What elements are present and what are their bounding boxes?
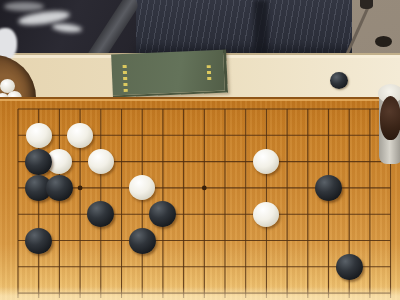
book-spine-text [123,65,128,92]
star-point [202,186,207,191]
black-stone[interactable] [129,228,156,254]
black-stone-on-table [330,72,348,89]
black-stone[interactable] [336,254,363,280]
teacup [378,84,400,168]
white-stone[interactable] [253,202,279,227]
white-stone[interactable] [26,123,52,148]
black-stone[interactable] [46,175,73,201]
floor-dark-object [360,0,373,9]
floor-reflection [52,22,83,33]
book-spine-text [207,65,212,82]
goban [0,97,400,300]
star-point [78,186,83,191]
floor-dark-spot [375,36,392,47]
white-stone[interactable] [67,123,93,148]
floor-reflection [4,2,44,11]
overexposed-band [0,287,400,300]
teacup-tea [380,96,400,140]
green-book [111,50,228,98]
black-stone[interactable] [315,175,342,201]
white-stone[interactable] [88,149,114,174]
black-stone[interactable] [25,228,52,254]
black-stone[interactable] [25,149,52,175]
go-board-photo [0,0,400,300]
